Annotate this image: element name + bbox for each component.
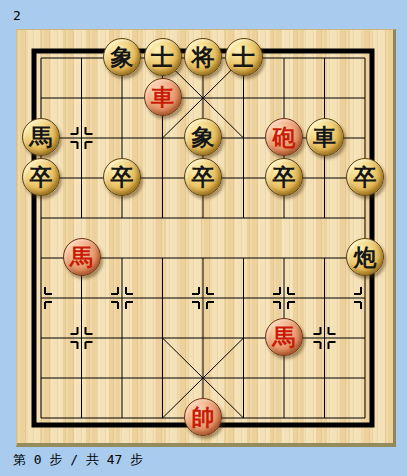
piece-black-卒[interactable]: 卒	[265, 158, 303, 196]
xiangqi-app-window: 2 象士将士車馬象砲車卒卒卒卒卒馬炮馬帥 第 0 步 / 共 47 步	[0, 0, 407, 476]
piece-red-馬[interactable]: 馬	[63, 238, 101, 276]
piece-black-馬[interactable]: 馬	[22, 118, 60, 156]
piece-red-帥[interactable]: 帥	[184, 398, 222, 436]
xiangqi-board[interactable]: 象士将士車馬象砲車卒卒卒卒卒馬炮馬帥	[16, 29, 396, 447]
status-bar: 第 0 步 / 共 47 步	[13, 451, 143, 469]
piece-red-車[interactable]: 車	[144, 78, 182, 116]
piece-black-士[interactable]: 士	[225, 38, 263, 76]
piece-black-卒[interactable]: 卒	[22, 158, 60, 196]
piece-black-象[interactable]: 象	[103, 38, 141, 76]
piece-red-砲[interactable]: 砲	[265, 118, 303, 156]
piece-black-将[interactable]: 将	[184, 38, 222, 76]
piece-black-士[interactable]: 士	[144, 38, 182, 76]
piece-red-馬[interactable]: 馬	[265, 318, 303, 356]
piece-black-車[interactable]: 車	[306, 118, 344, 156]
piece-black-卒[interactable]: 卒	[184, 158, 222, 196]
piece-black-象[interactable]: 象	[184, 118, 222, 156]
piece-black-卒[interactable]: 卒	[346, 158, 384, 196]
move-number-label: 2	[13, 8, 21, 23]
piece-black-炮[interactable]: 炮	[346, 238, 384, 276]
piece-black-卒[interactable]: 卒	[103, 158, 141, 196]
